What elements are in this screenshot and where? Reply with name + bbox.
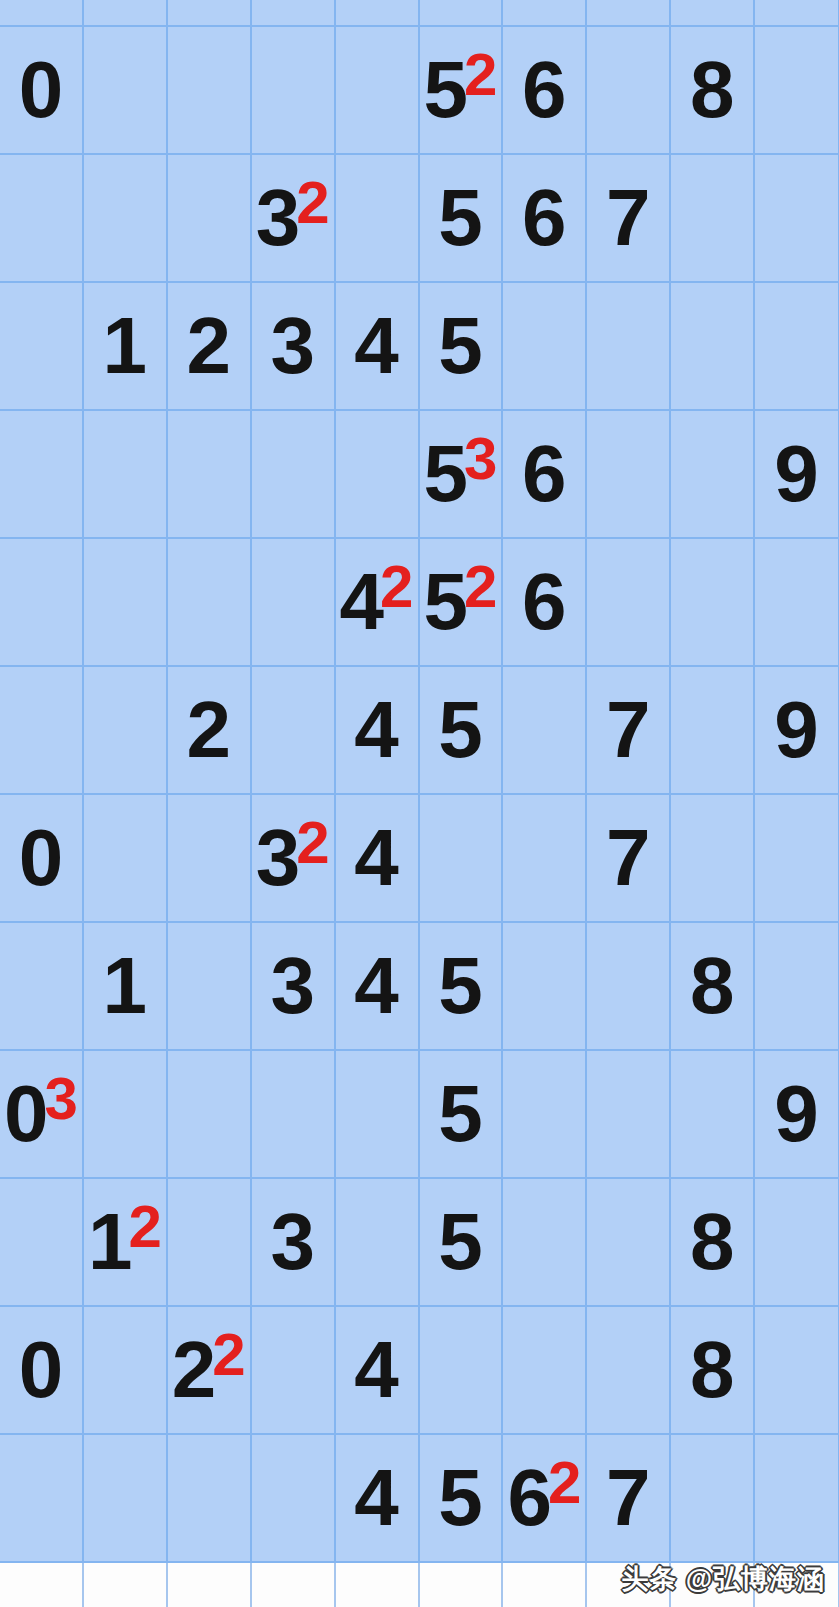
superscript-count: 2 — [212, 1325, 245, 1385]
digit: 8 — [690, 1202, 735, 1282]
digit: 0 — [19, 818, 64, 898]
digit: 4 — [354, 306, 399, 386]
digit: 7 — [606, 1458, 651, 1538]
grid-cell-r6c0 — [0, 667, 84, 795]
grid-cell-r5c3 — [252, 539, 336, 667]
grid-cell-r7c7: 7 — [587, 795, 671, 923]
grid-cell-r11c0: 0 — [0, 1307, 84, 1435]
digit: 6 — [522, 562, 567, 642]
grid-cell-r3c2: 2 — [168, 283, 252, 411]
digit: 3 — [270, 946, 315, 1026]
digit-group: 7 — [606, 1458, 651, 1538]
grid-cell-r7c0: 0 — [0, 795, 84, 923]
digit: 5 — [438, 306, 483, 386]
digit: 6 — [507, 1458, 552, 1538]
digit-group: 5 — [438, 1074, 483, 1154]
digit-group: 6 — [522, 562, 567, 642]
grid-cell-top-strip-c9 — [755, 0, 839, 27]
digit: 1 — [103, 946, 148, 1026]
digit: 6 — [522, 178, 567, 258]
grid-cell-r9c0: 03 — [0, 1051, 84, 1179]
grid-cell-r7c4: 4 — [336, 795, 420, 923]
grid-cell-r1c4 — [336, 27, 420, 155]
grid-cell-r6c1 — [84, 667, 168, 795]
grid-cell-r5c8 — [671, 539, 755, 667]
digit: 4 — [354, 818, 399, 898]
digit: 9 — [774, 1074, 819, 1154]
grid-cell-r9c3 — [252, 1051, 336, 1179]
digit-group: 2 — [186, 306, 231, 386]
grid-cell-r5c2 — [168, 539, 252, 667]
grid-cell-r5c1 — [84, 539, 168, 667]
grid-cell-r5c7 — [587, 539, 671, 667]
grid-cell-r12c5: 5 — [420, 1435, 504, 1563]
grid-cell-r4c7 — [587, 411, 671, 539]
grid-cell-r10c5: 5 — [420, 1179, 504, 1307]
grid-cell-r7c6 — [503, 795, 587, 923]
grid-cell-r3c8 — [671, 283, 755, 411]
digit-group: 5 — [438, 1202, 483, 1282]
digit: 0 — [4, 1074, 49, 1154]
digit: 8 — [690, 50, 735, 130]
grid-cell-r3c5: 5 — [420, 283, 504, 411]
grid-cell-r8c0 — [0, 923, 84, 1051]
digit: 1 — [103, 306, 148, 386]
digit-group: 22 — [172, 1330, 246, 1410]
grid-cell-r8c9 — [755, 923, 839, 1051]
grid-cell-r5c5: 52 — [420, 539, 504, 667]
digit-group: 5 — [438, 690, 483, 770]
grid-cell-r6c7: 7 — [587, 667, 671, 795]
superscript-count: 2 — [464, 45, 497, 105]
grid-cell-r10c3: 3 — [252, 1179, 336, 1307]
digit: 5 — [438, 946, 483, 1026]
grid-cell-r11c2: 22 — [168, 1307, 252, 1435]
digit: 2 — [186, 306, 231, 386]
digit-group: 5 — [438, 178, 483, 258]
superscript-count: 3 — [45, 1069, 78, 1129]
digit: 4 — [354, 690, 399, 770]
digit: 9 — [774, 434, 819, 514]
grid-cell-r9c2 — [168, 1051, 252, 1179]
grid-cell-r6c5: 5 — [420, 667, 504, 795]
digit-group: 3 — [270, 306, 315, 386]
grid-cell-footer-c1 — [84, 1563, 168, 1607]
digit: 5 — [424, 562, 469, 642]
grid-cell-r2c0 — [0, 155, 84, 283]
digit: 5 — [424, 434, 469, 514]
digit-group: 42 — [340, 562, 414, 642]
grid-cell-r10c7 — [587, 1179, 671, 1307]
digit: 5 — [438, 1074, 483, 1154]
digit: 3 — [270, 306, 315, 386]
grid-cell-r9c7 — [587, 1051, 671, 1179]
digit-group: 32 — [256, 818, 330, 898]
digit-group: 8 — [690, 1330, 735, 1410]
digit-group: 5 — [438, 306, 483, 386]
grid-cell-r1c9 — [755, 27, 839, 155]
grid-cell-r3c0 — [0, 283, 84, 411]
digit: 8 — [690, 946, 735, 1026]
grid-cell-r6c3 — [252, 667, 336, 795]
digit: 9 — [774, 690, 819, 770]
grid-cell-r1c6: 6 — [503, 27, 587, 155]
grid-cell-r3c6 — [503, 283, 587, 411]
digit-group: 4 — [354, 1330, 399, 1410]
grid-cell-r3c9 — [755, 283, 839, 411]
grid-cell-top-strip-c3 — [252, 0, 336, 27]
grid-cell-r5c9 — [755, 539, 839, 667]
digit-group: 3 — [270, 1202, 315, 1282]
digit-group: 5 — [438, 1458, 483, 1538]
grid-cell-top-strip-c2 — [168, 0, 252, 27]
grid-cell-r1c0: 0 — [0, 27, 84, 155]
digit-group: 0 — [19, 1330, 64, 1410]
grid-cell-r7c3: 32 — [252, 795, 336, 923]
superscript-count: 2 — [548, 1453, 581, 1513]
digit-group: 1 — [103, 306, 148, 386]
digit-group: 6 — [522, 434, 567, 514]
grid-cell-top-strip-c0 — [0, 0, 84, 27]
digit: 7 — [606, 690, 651, 770]
grid-cell-r12c8 — [671, 1435, 755, 1563]
digit-group: 4 — [354, 306, 399, 386]
digit-group: 12 — [88, 1202, 162, 1282]
digit-group: 8 — [690, 946, 735, 1026]
digit-group: 9 — [774, 434, 819, 514]
grid-cell-footer-c2 — [168, 1563, 252, 1607]
grid-cell-r4c0 — [0, 411, 84, 539]
grid-cell-r8c4: 4 — [336, 923, 420, 1051]
digit: 0 — [19, 50, 64, 130]
digit: 2 — [186, 690, 231, 770]
grid-cell-r10c0 — [0, 1179, 84, 1307]
grid-cell-r4c2 — [168, 411, 252, 539]
grid-cell-footer-c5 — [420, 1563, 504, 1607]
superscript-count: 2 — [128, 1197, 161, 1257]
grid-cell-r1c7 — [587, 27, 671, 155]
grid-cell-r2c7: 7 — [587, 155, 671, 283]
grid-cell-r11c6 — [503, 1307, 587, 1435]
digit: 7 — [606, 818, 651, 898]
digit: 7 — [606, 178, 651, 258]
grid-cell-top-strip-c4 — [336, 0, 420, 27]
grid-cell-r3c4: 4 — [336, 283, 420, 411]
grid-cell-r1c2 — [168, 27, 252, 155]
grid-cell-top-strip-c6 — [503, 0, 587, 27]
superscript-count: 2 — [296, 173, 329, 233]
digit: 5 — [438, 690, 483, 770]
grid-cell-r12c2 — [168, 1435, 252, 1563]
grid-cell-r7c1 — [84, 795, 168, 923]
grid-cell-r6c9: 9 — [755, 667, 839, 795]
grid-cell-r4c4 — [336, 411, 420, 539]
grid-cell-footer-c3 — [252, 1563, 336, 1607]
grid-cell-footer-c4 — [336, 1563, 420, 1607]
grid-cell-r9c1 — [84, 1051, 168, 1179]
watermark: 头条 @弘博海涵 — [621, 1561, 825, 1597]
digit-group: 4 — [354, 1458, 399, 1538]
digit: 4 — [354, 946, 399, 1026]
digit-group: 52 — [424, 562, 498, 642]
grid-cell-r2c1 — [84, 155, 168, 283]
grid-cell-r6c8 — [671, 667, 755, 795]
digit-group: 53 — [424, 434, 498, 514]
grid-cell-r9c6 — [503, 1051, 587, 1179]
grid-cell-r8c1: 1 — [84, 923, 168, 1051]
grid-cell-r9c8 — [671, 1051, 755, 1179]
digit-group: 9 — [774, 690, 819, 770]
grid-cell-r10c2 — [168, 1179, 252, 1307]
digit: 4 — [340, 562, 385, 642]
superscript-count: 2 — [380, 557, 413, 617]
grid-cell-r10c9 — [755, 1179, 839, 1307]
digit: 5 — [424, 50, 469, 130]
digit-group: 4 — [354, 818, 399, 898]
digit: 1 — [88, 1202, 133, 1282]
grid-cell-r2c6: 6 — [503, 155, 587, 283]
grid-cell-r9c9: 9 — [755, 1051, 839, 1179]
grid-cell-r5c6: 6 — [503, 539, 587, 667]
grid-cell-r10c4 — [336, 1179, 420, 1307]
grid-cell-r9c5: 5 — [420, 1051, 504, 1179]
digit: 4 — [354, 1458, 399, 1538]
grid-cell-r11c5 — [420, 1307, 504, 1435]
digit-group: 2 — [186, 690, 231, 770]
digit: 4 — [354, 1330, 399, 1410]
grid-cell-r8c3: 3 — [252, 923, 336, 1051]
digit-group: 03 — [4, 1074, 78, 1154]
grid-cell-r8c8: 8 — [671, 923, 755, 1051]
grid-cell-r1c1 — [84, 27, 168, 155]
grid-cell-r11c7 — [587, 1307, 671, 1435]
grid-cell-r4c3 — [252, 411, 336, 539]
superscript-count: 3 — [464, 429, 497, 489]
grid-cell-r12c1 — [84, 1435, 168, 1563]
digit-group: 4 — [354, 946, 399, 1026]
grid-cell-r12c9 — [755, 1435, 839, 1563]
grid-cell-r1c8: 8 — [671, 27, 755, 155]
digit-group: 6 — [522, 50, 567, 130]
grid-cell-r12c4: 4 — [336, 1435, 420, 1563]
digit: 2 — [172, 1330, 217, 1410]
grid-cell-r2c3: 32 — [252, 155, 336, 283]
grid-cell-r4c1 — [84, 411, 168, 539]
grid-cell-top-strip-c5 — [420, 0, 504, 27]
grid-cell-r11c3 — [252, 1307, 336, 1435]
grid-cell-r3c1: 1 — [84, 283, 168, 411]
grid-cell-top-strip-c8 — [671, 0, 755, 27]
digit-group: 62 — [507, 1458, 581, 1538]
digit-group: 5 — [438, 946, 483, 1026]
trend-grid: 0526832567123455369425262457903247134580… — [0, 0, 839, 1607]
grid-cell-r4c5: 53 — [420, 411, 504, 539]
grid-cell-r1c3 — [252, 27, 336, 155]
grid-cell-r1c5: 52 — [420, 27, 504, 155]
grid-cell-r8c6 — [503, 923, 587, 1051]
grid-cell-r2c8 — [671, 155, 755, 283]
grid-cell-r6c4: 4 — [336, 667, 420, 795]
superscript-count: 2 — [464, 557, 497, 617]
digit-group: 7 — [606, 178, 651, 258]
grid-cell-r6c6 — [503, 667, 587, 795]
digit-group: 9 — [774, 1074, 819, 1154]
digit-group: 3 — [270, 946, 315, 1026]
digit-group: 7 — [606, 690, 651, 770]
digit: 3 — [270, 1202, 315, 1282]
grid-cell-r5c4: 42 — [336, 539, 420, 667]
digit: 8 — [690, 1330, 735, 1410]
digit-group: 8 — [690, 1202, 735, 1282]
grid-cell-footer-c0 — [0, 1563, 84, 1607]
grid-cell-r7c8 — [671, 795, 755, 923]
grid-cell-r7c2 — [168, 795, 252, 923]
digit: 5 — [438, 178, 483, 258]
digit-group: 4 — [354, 690, 399, 770]
digit: 0 — [19, 1330, 64, 1410]
grid-cell-r7c5 — [420, 795, 504, 923]
grid-cell-r12c0 — [0, 1435, 84, 1563]
superscript-count: 2 — [296, 813, 329, 873]
grid-cell-r2c4 — [336, 155, 420, 283]
grid-cell-r12c7: 7 — [587, 1435, 671, 1563]
grid-cell-r9c4 — [336, 1051, 420, 1179]
digit-group: 32 — [256, 178, 330, 258]
grid-cell-r2c5: 5 — [420, 155, 504, 283]
digit: 5 — [438, 1202, 483, 1282]
grid-cell-r4c6: 6 — [503, 411, 587, 539]
digit-group: 52 — [424, 50, 498, 130]
grid-cell-r12c6: 62 — [503, 1435, 587, 1563]
grid-cell-r7c9 — [755, 795, 839, 923]
grid-cell-r3c3: 3 — [252, 283, 336, 411]
grid-cell-r4c8 — [671, 411, 755, 539]
grid-cell-footer-c6 — [503, 1563, 587, 1607]
digit: 3 — [256, 178, 301, 258]
grid-cell-top-strip-c7 — [587, 0, 671, 27]
grid-cell-r2c9 — [755, 155, 839, 283]
digit: 6 — [522, 434, 567, 514]
digit-group: 7 — [606, 818, 651, 898]
grid-cell-r2c2 — [168, 155, 252, 283]
grid-cell-r10c8: 8 — [671, 1179, 755, 1307]
digit-group: 0 — [19, 50, 64, 130]
grid-cell-r8c5: 5 — [420, 923, 504, 1051]
grid-cell-r4c9: 9 — [755, 411, 839, 539]
grid-cell-top-strip-c1 — [84, 0, 168, 27]
grid-cell-r11c9 — [755, 1307, 839, 1435]
digit-group: 6 — [522, 178, 567, 258]
digit-group: 8 — [690, 50, 735, 130]
grid-cell-r10c6 — [503, 1179, 587, 1307]
grid-cell-r6c2: 2 — [168, 667, 252, 795]
grid-cell-r10c1: 12 — [84, 1179, 168, 1307]
grid-cell-r8c7 — [587, 923, 671, 1051]
digit: 5 — [438, 1458, 483, 1538]
digit-group: 0 — [19, 818, 64, 898]
grid-cell-r8c2 — [168, 923, 252, 1051]
digit: 6 — [522, 50, 567, 130]
grid-cell-r11c1 — [84, 1307, 168, 1435]
digit: 3 — [256, 818, 301, 898]
digit-group: 1 — [103, 946, 148, 1026]
grid-cell-r5c0 — [0, 539, 84, 667]
grid-cell-r11c8: 8 — [671, 1307, 755, 1435]
grid-cell-r12c3 — [252, 1435, 336, 1563]
grid-cell-r3c7 — [587, 283, 671, 411]
grid-cell-r11c4: 4 — [336, 1307, 420, 1435]
